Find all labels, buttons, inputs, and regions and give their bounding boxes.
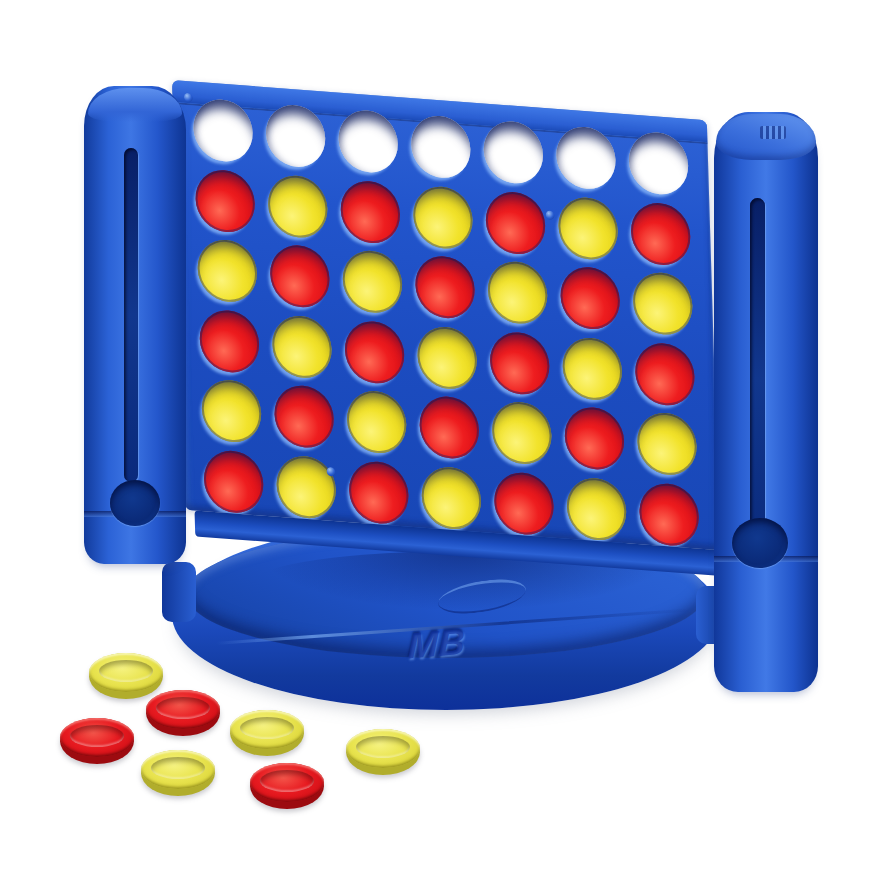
red-loose-disc (250, 763, 324, 809)
red-loose-disc (60, 718, 134, 764)
yellow-loose-disc (230, 710, 304, 756)
yellow-loose-disc (141, 750, 215, 796)
red-loose-disc (146, 690, 220, 736)
yellow-loose-disc (346, 729, 420, 775)
loose-discs-area (0, 0, 880, 880)
yellow-loose-disc (89, 653, 163, 699)
connect-four-travel-set-photo: MB (0, 0, 880, 880)
